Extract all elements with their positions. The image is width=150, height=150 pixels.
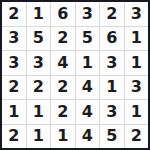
cell-r2c6[interactable]: 1: [125, 27, 149, 51]
cell-r5c3[interactable]: 2: [51, 100, 75, 124]
cell-r1c3[interactable]: 6: [51, 2, 75, 26]
cell-r1c6[interactable]: 3: [125, 2, 149, 26]
cell-r4c2[interactable]: 2: [27, 76, 51, 100]
cell-r3c5[interactable]: 3: [100, 51, 124, 75]
cell-r6c6[interactable]: 2: [125, 125, 149, 149]
cell-r2c1[interactable]: 3: [2, 27, 26, 51]
cell-r3c6[interactable]: 1: [125, 51, 149, 75]
cell-r5c2[interactable]: 1: [27, 100, 51, 124]
cell-r3c2[interactable]: 3: [27, 51, 51, 75]
cell-r6c5[interactable]: 5: [100, 125, 124, 149]
cell-r4c5[interactable]: 1: [100, 76, 124, 100]
cell-r3c1[interactable]: 3: [2, 51, 26, 75]
cell-r2c4[interactable]: 5: [76, 27, 100, 51]
cell-r3c3[interactable]: 4: [51, 51, 75, 75]
cell-r6c4[interactable]: 4: [76, 125, 100, 149]
cell-r5c1[interactable]: 1: [2, 100, 26, 124]
cell-r6c1[interactable]: 2: [2, 125, 26, 149]
cell-r2c3[interactable]: 2: [51, 27, 75, 51]
cell-r5c4[interactable]: 4: [76, 100, 100, 124]
cell-r1c5[interactable]: 2: [100, 2, 124, 26]
cell-r6c2[interactable]: 1: [27, 125, 51, 149]
cell-r6c3[interactable]: 1: [51, 125, 75, 149]
cell-r5c6[interactable]: 1: [125, 100, 149, 124]
cell-r4c4[interactable]: 4: [76, 76, 100, 100]
cell-r5c5[interactable]: 3: [100, 100, 124, 124]
cell-r3c4[interactable]: 1: [76, 51, 100, 75]
cell-r2c5[interactable]: 6: [100, 27, 124, 51]
cell-r1c4[interactable]: 3: [76, 2, 100, 26]
cell-r1c1[interactable]: 2: [2, 2, 26, 26]
hitori-board: 216323352561334131222413112431211452: [0, 0, 150, 150]
cell-r4c1[interactable]: 2: [2, 76, 26, 100]
cell-r4c6[interactable]: 3: [125, 76, 149, 100]
cell-r4c3[interactable]: 2: [51, 76, 75, 100]
cell-r1c2[interactable]: 1: [27, 2, 51, 26]
cell-r2c2[interactable]: 5: [27, 27, 51, 51]
